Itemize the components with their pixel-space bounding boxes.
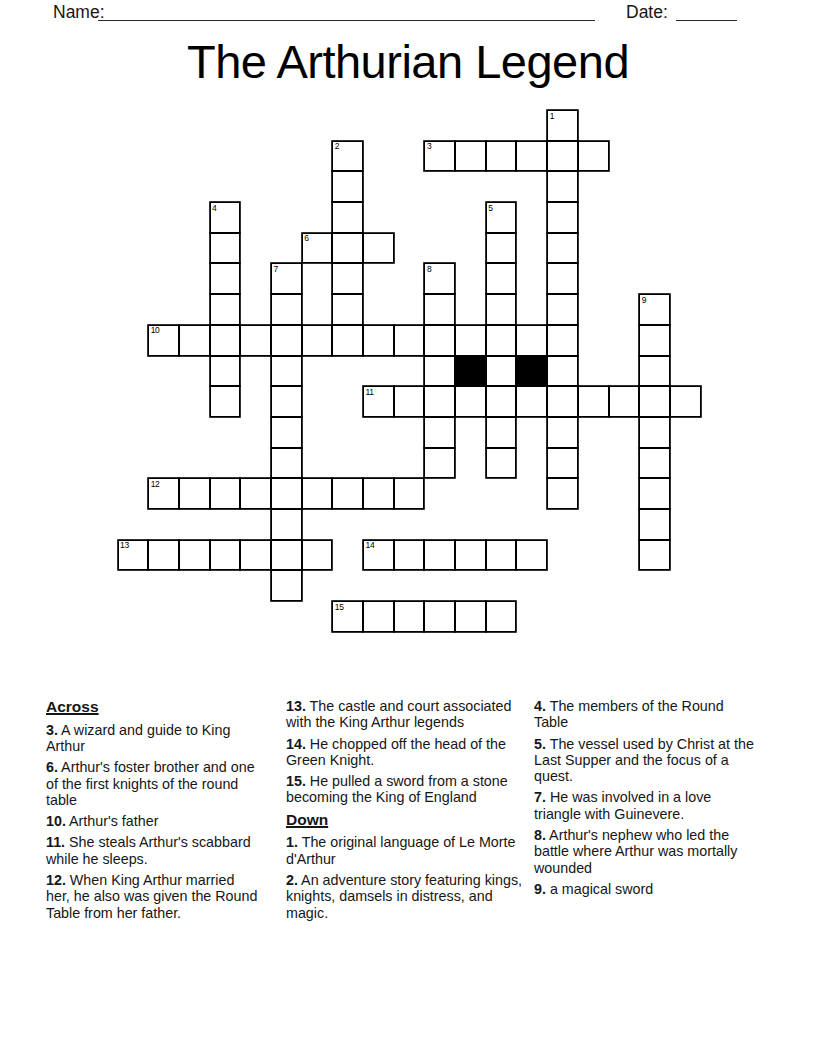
empty-space <box>302 294 333 325</box>
empty-space <box>394 356 425 387</box>
empty-space <box>118 448 149 479</box>
empty-space <box>332 110 363 141</box>
empty-space <box>179 141 210 172</box>
empty-space <box>394 141 425 172</box>
empty-space <box>240 141 271 172</box>
clue-9: 9. a magical sword <box>534 881 760 897</box>
crossword-cell-r14c0[interactable]: 13 <box>118 540 149 571</box>
crossword-cell-r4c6[interactable]: 6 <box>302 233 333 264</box>
empty-space <box>148 110 179 141</box>
empty-space <box>547 540 578 571</box>
empty-space <box>302 110 333 141</box>
crossword-cell-r12c5[interactable] <box>271 478 302 509</box>
empty-space <box>118 325 149 356</box>
crossword-cell-r7c8[interactable] <box>363 325 394 356</box>
crossword-cell-r9c15[interactable] <box>578 386 609 417</box>
empty-space <box>240 110 271 141</box>
black-cell <box>516 356 547 387</box>
empty-space <box>118 570 149 601</box>
clue-1: 1. The original language of Le Morte d'A… <box>286 834 524 867</box>
empty-space <box>302 263 333 294</box>
empty-space <box>455 478 486 509</box>
clue-number-label: 11. <box>46 834 65 850</box>
empty-space <box>424 478 455 509</box>
clue-text: He was involved in a love triangle with … <box>534 789 711 821</box>
crossword-cell-r14c17[interactable] <box>639 540 670 571</box>
crossword-cell-r7c13[interactable] <box>516 325 547 356</box>
crossword-cell-r9c3[interactable] <box>210 386 241 417</box>
clue-text: When King Arthur married her, he also wa… <box>46 872 257 921</box>
empty-space <box>455 233 486 264</box>
empty-space <box>148 233 179 264</box>
crossword-cell-r3c12[interactable]: 5 <box>486 202 517 233</box>
crossword-cell-r7c3[interactable] <box>210 325 241 356</box>
clue-number: 1 <box>550 112 554 121</box>
empty-space <box>363 509 394 540</box>
empty-space <box>394 448 425 479</box>
empty-space <box>670 233 701 264</box>
clue-text: Arthur's father <box>66 813 159 829</box>
empty-space <box>148 601 179 632</box>
empty-space <box>547 601 578 632</box>
crossword-cell-r16c7[interactable]: 15 <box>332 601 363 632</box>
crossword-cell-r16c12[interactable] <box>486 601 517 632</box>
empty-space <box>332 386 363 417</box>
empty-space <box>363 356 394 387</box>
empty-space <box>455 110 486 141</box>
clue-number-label: 4. <box>534 698 546 714</box>
clue-number-label: 7. <box>534 789 546 805</box>
crossword-grid: 123456789101112131415 <box>118 110 701 632</box>
empty-space <box>240 233 271 264</box>
empty-space <box>332 540 363 571</box>
crossword-cell-r5c10[interactable]: 8 <box>424 263 455 294</box>
crossword-cell-r6c5[interactable] <box>271 294 302 325</box>
crossword-cell-r14c12[interactable] <box>486 540 517 571</box>
crossword-cell-r4c14[interactable] <box>547 233 578 264</box>
empty-space <box>363 171 394 202</box>
empty-space <box>179 417 210 448</box>
empty-space <box>363 202 394 233</box>
crossword-cell-r14c13[interactable] <box>516 540 547 571</box>
empty-space <box>516 233 547 264</box>
empty-space <box>578 325 609 356</box>
crossword-cell-r10c12[interactable] <box>486 417 517 448</box>
crossword-cell-r5c12[interactable] <box>486 263 517 294</box>
empty-space <box>578 570 609 601</box>
crossword-cell-r6c10[interactable] <box>424 294 455 325</box>
empty-space <box>609 509 640 540</box>
clue-12: 12. When King Arthur married her, he als… <box>46 872 260 921</box>
crossword-cell-r7c5[interactable] <box>271 325 302 356</box>
empty-space <box>363 448 394 479</box>
empty-space <box>271 141 302 172</box>
empty-space <box>516 417 547 448</box>
clue-text: The vessel used by Christ at the Last Su… <box>534 736 754 785</box>
crossword-cell-r5c7[interactable] <box>332 263 363 294</box>
empty-space <box>424 233 455 264</box>
empty-space <box>148 417 179 448</box>
crossword-cell-r7c7[interactable] <box>332 325 363 356</box>
empty-space <box>670 202 701 233</box>
empty-space <box>210 171 241 202</box>
empty-space <box>179 171 210 202</box>
crossword-cell-r11c10[interactable] <box>424 448 455 479</box>
empty-space <box>516 601 547 632</box>
empty-space <box>670 448 701 479</box>
empty-space <box>639 263 670 294</box>
empty-space <box>394 202 425 233</box>
clue-text: The original language of Le Morte d'Arth… <box>286 834 515 866</box>
clue-10: 10. Arthur's father <box>46 813 260 829</box>
empty-space <box>118 478 149 509</box>
clue-2: 2. An adventure story featuring kings, k… <box>286 872 524 921</box>
crossword-cell-r7c1[interactable]: 10 <box>148 325 179 356</box>
empty-space <box>486 570 517 601</box>
empty-space <box>210 417 241 448</box>
crossword-cell-r11c14[interactable] <box>547 448 578 479</box>
clue-text: The members of the Round Table <box>534 698 724 730</box>
empty-space <box>639 110 670 141</box>
crossword-cell-r11c5[interactable] <box>271 448 302 479</box>
crossword-cell-r14c11[interactable] <box>455 540 486 571</box>
crossword-cell-r7c12[interactable] <box>486 325 517 356</box>
empty-space <box>609 171 640 202</box>
crossword-cell-r1c15[interactable] <box>578 141 609 172</box>
crossword-cell-r4c7[interactable] <box>332 233 363 264</box>
crossword-cell-r1c14[interactable] <box>547 141 578 172</box>
crossword-cell-r12c6[interactable] <box>302 478 333 509</box>
empty-space <box>240 386 271 417</box>
empty-space <box>609 356 640 387</box>
crossword-cell-r14c3[interactable] <box>210 540 241 571</box>
date-blank-line[interactable] <box>676 20 737 21</box>
empty-space <box>578 509 609 540</box>
crossword-cell-r9c16[interactable] <box>609 386 640 417</box>
empty-space <box>516 171 547 202</box>
empty-space <box>639 601 670 632</box>
crossword-cell-r9c12[interactable] <box>486 386 517 417</box>
empty-space <box>179 601 210 632</box>
empty-space <box>578 233 609 264</box>
empty-space <box>670 540 701 571</box>
crossword-cell-r3c3[interactable]: 4 <box>210 202 241 233</box>
empty-space <box>394 110 425 141</box>
crossword-cell-r11c17[interactable] <box>639 448 670 479</box>
empty-space <box>578 540 609 571</box>
crossword-cell-r7c10[interactable] <box>424 325 455 356</box>
down-heading: Down <box>286 811 524 829</box>
empty-space <box>302 509 333 540</box>
crossword-cell-r14c10[interactable] <box>424 540 455 571</box>
crossword-cell-r8c17[interactable] <box>639 356 670 387</box>
crossword-cell-r9c18[interactable] <box>670 386 701 417</box>
crossword-cell-r14c6[interactable] <box>302 540 333 571</box>
crossword-cell-r11c12[interactable] <box>486 448 517 479</box>
empty-space <box>148 386 179 417</box>
clue-number: 2 <box>335 142 339 151</box>
empty-space <box>363 417 394 448</box>
empty-space <box>609 263 640 294</box>
empty-space <box>118 417 149 448</box>
empty-space <box>516 509 547 540</box>
empty-space <box>148 171 179 202</box>
crossword-cell-r1c10[interactable]: 3 <box>424 141 455 172</box>
empty-space <box>179 202 210 233</box>
clue-column-2: 13. The castle and court associated with… <box>286 698 524 926</box>
empty-space <box>271 233 302 264</box>
crossword-cell-r9c13[interactable] <box>516 386 547 417</box>
crossword-cell-r12c4[interactable] <box>240 478 271 509</box>
clue-text: Arthur's nephew who led the battle where… <box>534 827 737 876</box>
empty-space <box>394 233 425 264</box>
empty-space <box>210 509 241 540</box>
clue-text: He chopped off the head of the Green Kni… <box>286 736 506 768</box>
clue-6: 6. Arthur's foster brother and one of th… <box>46 759 260 808</box>
crossword-cell-r1c7[interactable]: 2 <box>332 141 363 172</box>
empty-space <box>302 448 333 479</box>
clue-15: 15. He pulled a sword from a stone becom… <box>286 773 524 806</box>
empty-space <box>455 171 486 202</box>
crossword-cell-r7c6[interactable] <box>302 325 333 356</box>
clue-number-label: 5. <box>534 736 546 752</box>
empty-space <box>118 356 149 387</box>
empty-space <box>302 171 333 202</box>
crossword-cell-r1c11[interactable] <box>455 141 486 172</box>
crossword-cell-r4c12[interactable] <box>486 233 517 264</box>
clue-number: 4 <box>212 204 216 213</box>
crossword-cell-r5c14[interactable] <box>547 263 578 294</box>
crossword-cell-r12c14[interactable] <box>547 478 578 509</box>
crossword-cell-r12c9[interactable] <box>394 478 425 509</box>
empty-space <box>148 448 179 479</box>
empty-space <box>240 171 271 202</box>
crossword-cell-r10c5[interactable] <box>271 417 302 448</box>
empty-space <box>240 294 271 325</box>
crossword-cell-r12c17[interactable] <box>639 478 670 509</box>
empty-space <box>363 141 394 172</box>
empty-space <box>302 601 333 632</box>
empty-space <box>240 263 271 294</box>
crossword-cell-r5c3[interactable] <box>210 263 241 294</box>
empty-space <box>486 478 517 509</box>
empty-space <box>394 570 425 601</box>
empty-space <box>118 263 149 294</box>
crossword-cell-r4c3[interactable] <box>210 233 241 264</box>
crossword-cell-r12c2[interactable] <box>179 478 210 509</box>
empty-space <box>240 570 271 601</box>
empty-space <box>670 110 701 141</box>
clue-number: 6 <box>304 234 308 243</box>
empty-space <box>240 417 271 448</box>
empty-space <box>179 509 210 540</box>
empty-space <box>516 294 547 325</box>
crossword-cell-r9c10[interactable] <box>424 386 455 417</box>
clue-number: 7 <box>273 265 277 274</box>
empty-space <box>670 294 701 325</box>
crossword-cell-r6c3[interactable] <box>210 294 241 325</box>
clue-11: 11. She steals Arthur's scabbard while h… <box>46 834 260 867</box>
crossword-cell-r3c7[interactable] <box>332 202 363 233</box>
empty-space <box>578 202 609 233</box>
empty-space <box>486 110 517 141</box>
crossword-cell-r16c9[interactable] <box>394 601 425 632</box>
crossword-cell-r7c17[interactable] <box>639 325 670 356</box>
crossword-cell-r1c13[interactable] <box>516 141 547 172</box>
crossword-cell-r14c8[interactable]: 14 <box>363 540 394 571</box>
clue-4: 4. The members of the Round Table <box>534 698 760 731</box>
crossword-cell-r9c9[interactable] <box>394 386 425 417</box>
empty-space <box>670 601 701 632</box>
clue-number: 10 <box>151 326 160 335</box>
crossword-cell-r9c5[interactable] <box>271 386 302 417</box>
empty-space <box>302 570 333 601</box>
crossword-cell-r8c5[interactable] <box>271 356 302 387</box>
crossword-cell-r8c14[interactable] <box>547 356 578 387</box>
empty-space <box>486 171 517 202</box>
empty-space <box>148 509 179 540</box>
empty-space <box>118 171 149 202</box>
clue-7: 7. He was involved in a love triangle wi… <box>534 789 760 822</box>
empty-space <box>179 356 210 387</box>
clue-text: A wizard and guide to King Arthur <box>46 722 230 754</box>
worksheet-page: Name: Date: The Arthurian Legend 1234567… <box>0 0 816 1056</box>
crossword-cell-r9c8[interactable]: 11 <box>363 386 394 417</box>
empty-space <box>609 448 640 479</box>
empty-space <box>609 417 640 448</box>
empty-space <box>179 233 210 264</box>
crossword-cell-r12c3[interactable] <box>210 478 241 509</box>
empty-space <box>486 509 517 540</box>
clue-column-1: Across3. A wizard and guide to King Arth… <box>46 698 260 926</box>
clue-number-label: 1. <box>286 834 298 850</box>
crossword-cell-r6c14[interactable] <box>547 294 578 325</box>
empty-space <box>302 202 333 233</box>
empty-space <box>670 325 701 356</box>
empty-space <box>302 356 333 387</box>
empty-space <box>455 509 486 540</box>
empty-space <box>424 570 455 601</box>
crossword-cell-r7c9[interactable] <box>394 325 425 356</box>
clue-number-label: 15. <box>286 773 306 789</box>
crossword-cell-r9c14[interactable] <box>547 386 578 417</box>
crossword-cell-r8c3[interactable] <box>210 356 241 387</box>
empty-space <box>179 448 210 479</box>
empty-space <box>670 171 701 202</box>
empty-space <box>547 509 578 540</box>
empty-space <box>179 263 210 294</box>
empty-space <box>609 110 640 141</box>
empty-space <box>118 509 149 540</box>
empty-space <box>670 263 701 294</box>
empty-space <box>578 171 609 202</box>
empty-space <box>271 171 302 202</box>
crossword-cell-r7c4[interactable] <box>240 325 271 356</box>
crossword-cell-r16c11[interactable] <box>455 601 486 632</box>
crossword-cell-r9c11[interactable] <box>455 386 486 417</box>
crossword-cell-r4c8[interactable] <box>363 233 394 264</box>
clue-number: 3 <box>427 142 431 151</box>
empty-space <box>179 570 210 601</box>
crossword-cell-r2c14[interactable] <box>547 171 578 202</box>
crossword-cell-r7c2[interactable] <box>179 325 210 356</box>
crossword-cell-r12c7[interactable] <box>332 478 363 509</box>
empty-space <box>363 570 394 601</box>
empty-space <box>670 356 701 387</box>
crossword-cell-r12c1[interactable]: 12 <box>148 478 179 509</box>
crossword-cell-r14c4[interactable] <box>240 540 271 571</box>
crossword-cell-r15c5[interactable] <box>271 570 302 601</box>
crossword-cell-r10c17[interactable] <box>639 417 670 448</box>
crossword-cell-r9c17[interactable] <box>639 386 670 417</box>
empty-space <box>609 540 640 571</box>
crossword-cell-r2c7[interactable] <box>332 171 363 202</box>
clue-text: An adventure story featuring kings, knig… <box>286 872 522 921</box>
crossword-cell-r14c1[interactable] <box>148 540 179 571</box>
empty-space <box>670 478 701 509</box>
clue-number: 5 <box>488 204 492 213</box>
crossword-cell-r13c5[interactable] <box>271 509 302 540</box>
clue-number: 14 <box>366 541 375 550</box>
crossword-cell-r6c12[interactable] <box>486 294 517 325</box>
empty-space <box>118 141 149 172</box>
empty-space <box>670 141 701 172</box>
empty-space <box>516 448 547 479</box>
clue-text: a magical sword <box>546 881 653 897</box>
empty-space <box>639 171 670 202</box>
crossword-cell-r10c10[interactable] <box>424 417 455 448</box>
empty-space <box>210 570 241 601</box>
clue-number-label: 2. <box>286 872 298 888</box>
crossword-cell-r6c7[interactable] <box>332 294 363 325</box>
empty-space <box>609 601 640 632</box>
clue-3: 3. A wizard and guide to King Arthur <box>46 722 260 755</box>
crossword-cell-r10c14[interactable] <box>547 417 578 448</box>
empty-space <box>240 356 271 387</box>
empty-space <box>455 448 486 479</box>
crossword-cell-r8c12[interactable] <box>486 356 517 387</box>
clue-number-label: 14. <box>286 736 306 752</box>
crossword-cell-r12c8[interactable] <box>363 478 394 509</box>
crossword-cell-r5c5[interactable]: 7 <box>271 263 302 294</box>
crossword-cell-r1c12[interactable] <box>486 141 517 172</box>
crossword-cell-r14c2[interactable] <box>179 540 210 571</box>
crossword-cell-r14c5[interactable] <box>271 540 302 571</box>
crossword-cell-r7c11[interactable] <box>455 325 486 356</box>
crossword-cell-r7c14[interactable] <box>547 325 578 356</box>
crossword-cell-r16c10[interactable] <box>424 601 455 632</box>
empty-space <box>118 233 149 264</box>
empty-space <box>670 509 701 540</box>
crossword-cell-r3c14[interactable] <box>547 202 578 233</box>
name-blank-line[interactable] <box>98 20 595 21</box>
crossword-cell-r6c17[interactable]: 9 <box>639 294 670 325</box>
clue-number-label: 9. <box>534 881 546 897</box>
empty-space <box>547 570 578 601</box>
crossword-cell-r16c8[interactable] <box>363 601 394 632</box>
empty-space <box>609 294 640 325</box>
crossword-cell-r13c17[interactable] <box>639 509 670 540</box>
empty-space <box>271 601 302 632</box>
empty-space <box>179 386 210 417</box>
clue-13: 13. The castle and court associated with… <box>286 698 524 731</box>
empty-space <box>210 141 241 172</box>
empty-space <box>240 202 271 233</box>
crossword-cell-r14c9[interactable] <box>394 540 425 571</box>
puzzle-title: The Arthurian Legend <box>0 34 816 89</box>
crossword-cell-r8c10[interactable] <box>424 356 455 387</box>
crossword-cell-r0c14[interactable]: 1 <box>547 110 578 141</box>
